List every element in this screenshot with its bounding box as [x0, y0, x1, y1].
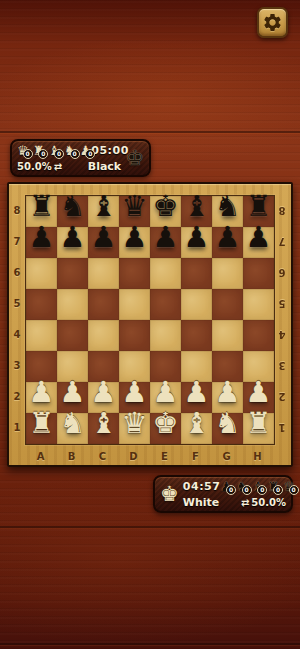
black-captured-pieces: ♛0♜0♝0♞0♟0 — [17, 144, 91, 157]
square-e7[interactable]: ♟ — [150, 227, 181, 258]
square-h5[interactable] — [243, 289, 274, 320]
square-g7[interactable]: ♟ — [212, 227, 243, 258]
black-pawn-d7[interactable]: ♟ — [119, 222, 150, 253]
white-pawn-h2[interactable]: ♟ — [243, 377, 274, 408]
square-h7[interactable]: ♟ — [243, 227, 274, 258]
captured-count-badge: 0 — [23, 149, 33, 159]
white-queen-d1[interactable]: ♛ — [119, 408, 150, 439]
square-f1[interactable]: ♝ — [181, 413, 212, 444]
captured-white-knight-icon: ♞0 — [64, 144, 76, 157]
file-label-e: E — [149, 451, 180, 462]
square-a4[interactable] — [26, 320, 57, 351]
square-b4[interactable] — [57, 320, 88, 351]
captured-black-pawn-icon: ♟0 — [220, 480, 232, 493]
square-c7[interactable]: ♟ — [88, 227, 119, 258]
captured-black-bishop-icon: ♝0 — [252, 480, 264, 493]
square-a5[interactable] — [26, 289, 57, 320]
black-knight-g8[interactable]: ♞ — [212, 191, 243, 222]
white-pawn-f2[interactable]: ♟ — [181, 377, 212, 408]
wood-seam — [0, 526, 300, 528]
black-pawn-a7[interactable]: ♟ — [26, 222, 57, 253]
captured-count-badge: 0 — [85, 149, 95, 159]
captured-white-bishop-icon: ♝0 — [48, 144, 60, 157]
square-d4[interactable] — [119, 320, 150, 351]
square-e5[interactable] — [150, 289, 181, 320]
square-g1[interactable]: ♞ — [212, 413, 243, 444]
square-d5[interactable] — [119, 289, 150, 320]
black-rook-a8[interactable]: ♜ — [26, 191, 57, 222]
black-player-panel: ♛0♜0♝0♞0♟0 05:00 50.0%⇄ Black ♚ — [10, 139, 151, 177]
rank-label-right-8: 8 — [273, 205, 291, 216]
white-rook-h1[interactable]: ♜ — [243, 408, 274, 439]
file-label-c: C — [87, 451, 118, 462]
captured-count-badge: 0 — [38, 149, 48, 159]
rank-label-right-7: 7 — [273, 236, 291, 247]
square-e4[interactable] — [150, 320, 181, 351]
white-pawn-c2[interactable]: ♟ — [88, 377, 119, 408]
rank-label-right-4: 4 — [273, 329, 291, 340]
white-pawn-g2[interactable]: ♟ — [212, 377, 243, 408]
square-f6[interactable] — [181, 258, 212, 289]
rank-label-left-7: 7 — [9, 236, 25, 247]
black-bishop-c8[interactable]: ♝ — [88, 191, 119, 222]
square-e1[interactable]: ♚ — [150, 413, 181, 444]
rank-label-right-3: 3 — [273, 360, 291, 371]
black-clock: 05:00 — [91, 145, 129, 156]
white-win-percent: ⇄50.0% — [241, 498, 286, 508]
square-g5[interactable] — [212, 289, 243, 320]
white-king-icon: ♚ — [160, 478, 179, 510]
black-pawn-f7[interactable]: ♟ — [181, 222, 212, 253]
white-knight-g1[interactable]: ♞ — [212, 408, 243, 439]
captured-black-rook-icon: ♜0 — [267, 480, 279, 493]
square-a7[interactable]: ♟ — [26, 227, 57, 258]
square-c4[interactable] — [88, 320, 119, 351]
file-label-h: H — [242, 451, 273, 462]
file-label-g: G — [211, 451, 242, 462]
wood-seam — [0, 131, 300, 133]
square-g6[interactable] — [212, 258, 243, 289]
captured-count-badge: 0 — [70, 149, 80, 159]
rank-label-right-2: 2 — [273, 391, 291, 402]
file-label-b: B — [56, 451, 87, 462]
square-d6[interactable] — [119, 258, 150, 289]
file-label-d: D — [118, 451, 149, 462]
square-h1[interactable]: ♜ — [243, 413, 274, 444]
captured-count-badge: 0 — [273, 485, 283, 495]
chess-board: ♜♞♝♛♚♝♞♜♟♟♟♟♟♟♟♟♟♟♟♟♟♟♟♟♜♞♝♛♚♝♞♜ 8877665… — [7, 182, 293, 467]
white-pawn-b2[interactable]: ♟ — [57, 377, 88, 408]
white-player-name: White — [183, 497, 219, 508]
white-king-e1[interactable]: ♚ — [150, 408, 181, 439]
square-b7[interactable]: ♟ — [57, 227, 88, 258]
swap-icon: ⇄ — [241, 498, 249, 508]
square-c1[interactable]: ♝ — [88, 413, 119, 444]
square-c6[interactable] — [88, 258, 119, 289]
black-king-icon: ♚ — [125, 142, 144, 174]
file-label-a: A — [25, 451, 56, 462]
square-d7[interactable]: ♟ — [119, 227, 150, 258]
square-c5[interactable] — [88, 289, 119, 320]
square-f7[interactable]: ♟ — [181, 227, 212, 258]
captured-count-badge: 0 — [257, 485, 267, 495]
white-captured-pieces: ♟0♞0♝0♜0♛0 — [220, 480, 294, 493]
rank-label-left-6: 6 — [9, 267, 25, 278]
file-label-f: F — [180, 451, 211, 462]
rank-label-right-1: 1 — [273, 422, 291, 433]
white-pawn-d2[interactable]: ♟ — [119, 377, 150, 408]
black-win-percent: 50.0%⇄ — [17, 162, 62, 172]
square-a1[interactable]: ♜ — [26, 413, 57, 444]
rank-label-left-3: 3 — [9, 360, 25, 371]
black-knight-b8[interactable]: ♞ — [57, 191, 88, 222]
white-clock: 04:57 — [183, 481, 221, 492]
black-pawn-b7[interactable]: ♟ — [57, 222, 88, 253]
white-pawn-a2[interactable]: ♟ — [26, 377, 57, 408]
white-player-panel: ♚ 04:57 ♟0♞0♝0♜0♛0 White ⇄50.0% — [153, 475, 293, 513]
black-king-e8[interactable]: ♚ — [150, 191, 181, 222]
captured-count-badge: 0 — [54, 149, 64, 159]
square-b6[interactable] — [57, 258, 88, 289]
rank-label-right-5: 5 — [273, 298, 291, 309]
square-a6[interactable] — [26, 258, 57, 289]
square-b1[interactable]: ♞ — [57, 413, 88, 444]
wood-seam — [0, 643, 300, 645]
captured-count-badge: 0 — [242, 485, 252, 495]
captured-black-queen-icon: ♛0 — [283, 480, 295, 493]
captured-white-pawn-icon: ♟0 — [80, 144, 92, 157]
black-bishop-f8[interactable]: ♝ — [181, 191, 212, 222]
square-e6[interactable] — [150, 258, 181, 289]
captured-count-badge: 0 — [289, 485, 299, 495]
black-queen-d8[interactable]: ♛ — [119, 191, 150, 222]
square-h4[interactable] — [243, 320, 274, 351]
white-knight-b1[interactable]: ♞ — [57, 408, 88, 439]
swap-icon: ⇄ — [54, 162, 62, 172]
black-player-name: Black — [88, 161, 121, 172]
square-f5[interactable] — [181, 289, 212, 320]
square-d1[interactable]: ♛ — [119, 413, 150, 444]
white-pawn-e2[interactable]: ♟ — [150, 377, 181, 408]
captured-black-knight-icon: ♞0 — [236, 480, 248, 493]
square-h6[interactable] — [243, 258, 274, 289]
rank-label-left-5: 5 — [9, 298, 25, 309]
rank-label-left-2: 2 — [9, 391, 25, 402]
square-f4[interactable] — [181, 320, 212, 351]
white-rook-a1[interactable]: ♜ — [26, 408, 57, 439]
rank-label-left-4: 4 — [9, 329, 25, 340]
captured-count-badge: 0 — [226, 485, 236, 495]
board-grid: ♜♞♝♛♚♝♞♜♟♟♟♟♟♟♟♟♟♟♟♟♟♟♟♟♜♞♝♛♚♝♞♜ — [25, 195, 275, 445]
white-bishop-c1[interactable]: ♝ — [88, 408, 119, 439]
black-pawn-h7[interactable]: ♟ — [243, 222, 274, 253]
black-pawn-e7[interactable]: ♟ — [150, 222, 181, 253]
gear-icon — [262, 12, 283, 33]
black-pawn-g7[interactable]: ♟ — [212, 222, 243, 253]
white-bishop-f1[interactable]: ♝ — [181, 408, 212, 439]
black-pawn-c7[interactable]: ♟ — [88, 222, 119, 253]
rank-label-left-1: 1 — [9, 422, 25, 433]
captured-white-queen-icon: ♛0 — [17, 144, 29, 157]
square-b5[interactable] — [57, 289, 88, 320]
settings-button[interactable] — [257, 7, 288, 38]
rank-label-left-8: 8 — [9, 205, 25, 216]
square-g4[interactable] — [212, 320, 243, 351]
rank-label-right-6: 6 — [273, 267, 291, 278]
captured-white-rook-icon: ♜0 — [33, 144, 45, 157]
black-rook-h8[interactable]: ♜ — [243, 191, 274, 222]
